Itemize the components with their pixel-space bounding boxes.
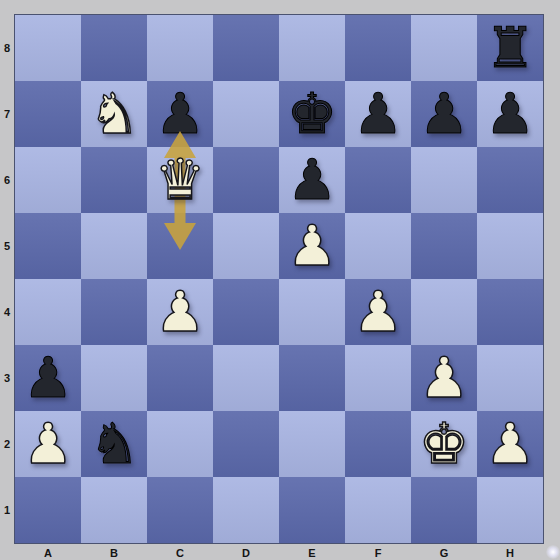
- rank-label-8: 8: [0, 15, 14, 81]
- file-label-G: G: [411, 545, 477, 560]
- chess-board: ♜♞♟♚♟♟♟♛♟♟♟♟♟♟♟♞♚♟: [14, 14, 544, 544]
- piece-white-queen-c6[interactable]: ♛: [147, 147, 213, 213]
- rank-label-5: 5: [0, 213, 14, 279]
- piece-black-pawn-h7[interactable]: ♟: [477, 81, 543, 147]
- file-label-C: C: [147, 545, 213, 560]
- piece-black-pawn-g7[interactable]: ♟: [411, 81, 477, 147]
- piece-white-pawn-h2[interactable]: ♟: [477, 411, 543, 477]
- piece-white-pawn-f4[interactable]: ♟: [345, 279, 411, 345]
- piece-white-knight-b7[interactable]: ♞: [81, 81, 147, 147]
- chess-diagram: 87654321 ABCDEFGH ♜♞♟♚♟♟♟♛♟♟♟♟♟♟♟♞♚♟: [0, 0, 560, 560]
- piece-white-pawn-g3[interactable]: ♟: [411, 345, 477, 411]
- file-label-H: H: [477, 545, 543, 560]
- file-label-E: E: [279, 545, 345, 560]
- piece-black-king-e7[interactable]: ♚: [279, 81, 345, 147]
- piece-black-pawn-e6[interactable]: ♟: [279, 147, 345, 213]
- piece-black-pawn-f7[interactable]: ♟: [345, 81, 411, 147]
- corner-dot: [546, 545, 560, 559]
- file-label-A: A: [15, 545, 81, 560]
- rank-label-6: 6: [0, 147, 14, 213]
- rank-label-2: 2: [0, 411, 14, 477]
- file-label-F: F: [345, 545, 411, 560]
- piece-layer: ♜♞♟♚♟♟♟♛♟♟♟♟♟♟♟♞♚♟: [15, 15, 543, 543]
- rank-label-3: 3: [0, 345, 14, 411]
- file-label-B: B: [81, 545, 147, 560]
- rank-label-4: 4: [0, 279, 14, 345]
- piece-white-pawn-e5[interactable]: ♟: [279, 213, 345, 279]
- piece-black-rook-h8[interactable]: ♜: [477, 15, 543, 81]
- piece-white-pawn-c4[interactable]: ♟: [147, 279, 213, 345]
- piece-white-pawn-a2[interactable]: ♟: [15, 411, 81, 477]
- piece-black-pawn-a3[interactable]: ♟: [15, 345, 81, 411]
- piece-white-king-g2[interactable]: ♚: [411, 411, 477, 477]
- file-label-D: D: [213, 545, 279, 560]
- rank-label-7: 7: [0, 81, 14, 147]
- piece-black-pawn-c7[interactable]: ♟: [147, 81, 213, 147]
- piece-black-knight-b2[interactable]: ♞: [81, 411, 147, 477]
- rank-label-1: 1: [0, 477, 14, 543]
